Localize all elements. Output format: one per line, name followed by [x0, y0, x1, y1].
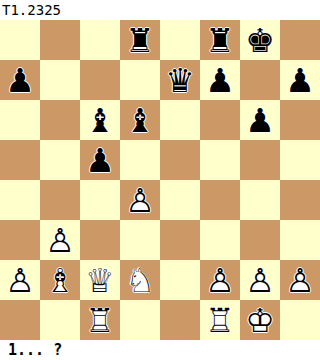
piece-glyph: ♝︎: [80, 100, 120, 140]
square-c7[interactable]: [80, 60, 120, 100]
piece-black-pawn[interactable]: ♟︎: [240, 100, 280, 140]
piece-outline: ♔︎: [240, 300, 280, 340]
piece-white-rook[interactable]: ♜︎♖︎: [200, 300, 240, 340]
square-h4[interactable]: [280, 180, 320, 220]
square-a5[interactable]: [0, 140, 40, 180]
square-c3[interactable]: [80, 220, 120, 260]
piece-black-pawn[interactable]: ♟︎: [200, 60, 240, 100]
puzzle-title: T1.2325: [0, 0, 320, 20]
square-d3[interactable]: [120, 220, 160, 260]
square-a6[interactable]: [0, 100, 40, 140]
square-b5[interactable]: [40, 140, 80, 180]
square-f8[interactable]: ♜︎: [200, 20, 240, 60]
piece-glyph: ♛︎: [160, 60, 200, 100]
square-d7[interactable]: [120, 60, 160, 100]
square-f1[interactable]: ♜︎♖︎: [200, 300, 240, 340]
piece-white-queen[interactable]: ♛︎♕︎: [80, 260, 120, 300]
square-g7[interactable]: [240, 60, 280, 100]
piece-outline: ♕︎: [80, 260, 120, 300]
square-b7[interactable]: [40, 60, 80, 100]
piece-white-pawn[interactable]: ♟︎♙︎: [200, 260, 240, 300]
piece-glyph: ♟︎: [80, 140, 120, 180]
piece-outline: ♙︎: [40, 220, 80, 260]
piece-white-pawn[interactable]: ♟︎♙︎: [240, 260, 280, 300]
piece-glyph: ♟︎: [240, 100, 280, 140]
move-prompt: 1... ?: [0, 340, 320, 360]
square-c5[interactable]: ♟︎: [80, 140, 120, 180]
piece-glyph: ♟︎: [200, 60, 240, 100]
square-e3[interactable]: [160, 220, 200, 260]
piece-outline: ♖︎: [200, 300, 240, 340]
piece-outline: ♖︎: [80, 300, 120, 340]
square-c1[interactable]: ♜︎♖︎: [80, 300, 120, 340]
square-d6[interactable]: ♝︎: [120, 100, 160, 140]
square-g5[interactable]: [240, 140, 280, 180]
piece-outline: ♙︎: [0, 260, 40, 300]
piece-outline: ♙︎: [200, 260, 240, 300]
piece-outline: ♙︎: [280, 260, 320, 300]
square-f3[interactable]: [200, 220, 240, 260]
square-c2[interactable]: ♛︎♕︎: [80, 260, 120, 300]
piece-glyph: ♚︎: [240, 20, 280, 60]
square-h1[interactable]: [280, 300, 320, 340]
square-b4[interactable]: [40, 180, 80, 220]
piece-white-bishop[interactable]: ♝︎♗︎: [40, 260, 80, 300]
square-f4[interactable]: [200, 180, 240, 220]
piece-black-bishop[interactable]: ♝︎: [120, 100, 160, 140]
square-g4[interactable]: [240, 180, 280, 220]
square-a7[interactable]: ♟︎: [0, 60, 40, 100]
piece-glyph: ♟︎: [280, 60, 320, 100]
piece-white-king[interactable]: ♚︎♔︎: [240, 300, 280, 340]
piece-glyph: ♜︎: [200, 20, 240, 60]
square-d4[interactable]: ♟︎♙︎: [120, 180, 160, 220]
square-g6[interactable]: ♟︎: [240, 100, 280, 140]
square-b2[interactable]: ♝︎♗︎: [40, 260, 80, 300]
chess-board: ♜︎♜︎♚︎♟︎♛︎♟︎♟︎♝︎♝︎♟︎♟︎♟︎♙︎♟︎♙︎♟︎♙︎♝︎♗︎♛︎…: [0, 20, 320, 340]
square-e4[interactable]: [160, 180, 200, 220]
square-f7[interactable]: ♟︎: [200, 60, 240, 100]
piece-glyph: ♟︎: [0, 60, 40, 100]
square-g3[interactable]: [240, 220, 280, 260]
piece-black-pawn[interactable]: ♟︎: [0, 60, 40, 100]
square-b1[interactable]: [40, 300, 80, 340]
piece-white-pawn[interactable]: ♟︎♙︎: [120, 180, 160, 220]
piece-black-pawn[interactable]: ♟︎: [280, 60, 320, 100]
piece-glyph: ♜︎: [120, 20, 160, 60]
square-g8[interactable]: ♚︎: [240, 20, 280, 60]
square-b8[interactable]: [40, 20, 80, 60]
square-c6[interactable]: ♝︎: [80, 100, 120, 140]
piece-white-pawn[interactable]: ♟︎♙︎: [280, 260, 320, 300]
square-f5[interactable]: [200, 140, 240, 180]
square-a3[interactable]: [0, 220, 40, 260]
square-f2[interactable]: ♟︎♙︎: [200, 260, 240, 300]
square-d8[interactable]: ♜︎: [120, 20, 160, 60]
piece-outline: ♘︎: [120, 260, 160, 300]
piece-outline: ♙︎: [240, 260, 280, 300]
piece-white-knight[interactable]: ♞︎♘︎: [120, 260, 160, 300]
piece-black-rook[interactable]: ♜︎: [200, 20, 240, 60]
square-g1[interactable]: ♚︎♔︎: [240, 300, 280, 340]
square-e8[interactable]: [160, 20, 200, 60]
square-b6[interactable]: [40, 100, 80, 140]
piece-glyph: ♝︎: [120, 100, 160, 140]
piece-white-pawn[interactable]: ♟︎♙︎: [40, 220, 80, 260]
square-e5[interactable]: [160, 140, 200, 180]
piece-black-king[interactable]: ♚︎: [240, 20, 280, 60]
square-d1[interactable]: [120, 300, 160, 340]
square-a1[interactable]: [0, 300, 40, 340]
piece-black-bishop[interactable]: ♝︎: [80, 100, 120, 140]
piece-white-rook[interactable]: ♜︎♖︎: [80, 300, 120, 340]
square-h5[interactable]: [280, 140, 320, 180]
square-c8[interactable]: [80, 20, 120, 60]
square-h7[interactable]: ♟︎: [280, 60, 320, 100]
square-f6[interactable]: [200, 100, 240, 140]
piece-black-rook[interactable]: ♜︎: [120, 20, 160, 60]
square-h8[interactable]: [280, 20, 320, 60]
square-e6[interactable]: [160, 100, 200, 140]
square-a2[interactable]: ♟︎♙︎: [0, 260, 40, 300]
square-e1[interactable]: [160, 300, 200, 340]
square-c4[interactable]: [80, 180, 120, 220]
square-h6[interactable]: [280, 100, 320, 140]
piece-outline: ♙︎: [120, 180, 160, 220]
square-e2[interactable]: [160, 260, 200, 300]
chess-puzzle-page: T1.2325 ♜︎♜︎♚︎♟︎♛︎♟︎♟︎♝︎♝︎♟︎♟︎♟︎♙︎♟︎♙︎♟︎…: [0, 0, 320, 360]
square-a4[interactable]: [0, 180, 40, 220]
square-d2[interactable]: ♞︎♘︎: [120, 260, 160, 300]
square-b3[interactable]: ♟︎♙︎: [40, 220, 80, 260]
piece-outline: ♗︎: [40, 260, 80, 300]
square-h2[interactable]: ♟︎♙︎: [280, 260, 320, 300]
square-h3[interactable]: [280, 220, 320, 260]
square-g2[interactable]: ♟︎♙︎: [240, 260, 280, 300]
piece-black-queen[interactable]: ♛︎: [160, 60, 200, 100]
piece-white-pawn[interactable]: ♟︎♙︎: [0, 260, 40, 300]
square-a8[interactable]: [0, 20, 40, 60]
square-e7[interactable]: ♛︎: [160, 60, 200, 100]
piece-black-pawn[interactable]: ♟︎: [80, 140, 120, 180]
square-d5[interactable]: [120, 140, 160, 180]
